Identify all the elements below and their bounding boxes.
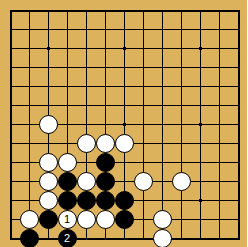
intersection-11-0[interactable] <box>210 1 229 20</box>
black-stone <box>96 172 115 191</box>
intersection-6-10[interactable] <box>115 191 134 210</box>
intersection-11-8[interactable] <box>210 153 229 172</box>
intersection-3-5[interactable] <box>58 96 77 115</box>
white-stone <box>96 210 115 229</box>
intersection-1-8[interactable] <box>20 153 39 172</box>
intersection-4-11[interactable] <box>77 210 96 229</box>
intersection-6-5[interactable] <box>115 96 134 115</box>
black-stone <box>58 191 77 210</box>
intersection-7-0[interactable] <box>134 1 153 20</box>
intersection-11-1[interactable] <box>210 20 229 39</box>
intersection-2-2[interactable] <box>39 39 58 58</box>
intersection-1-7[interactable] <box>20 134 39 153</box>
intersection-3-7[interactable] <box>58 134 77 153</box>
white-stone <box>77 210 96 229</box>
intersection-10-2[interactable] <box>191 39 210 58</box>
white-stone <box>77 172 96 191</box>
intersection-0-1[interactable] <box>1 20 20 39</box>
intersection-5-1[interactable] <box>96 20 115 39</box>
intersection-9-3[interactable] <box>172 58 191 77</box>
intersection-1-1[interactable] <box>20 20 39 39</box>
black-stone <box>115 210 134 229</box>
intersection-7-2[interactable] <box>134 39 153 58</box>
intersection-9-12[interactable] <box>172 229 191 247</box>
intersection-12-5[interactable] <box>229 96 248 115</box>
intersection-11-11[interactable] <box>210 210 229 229</box>
white-stone <box>96 134 115 153</box>
intersection-12-7[interactable] <box>229 134 248 153</box>
intersection-9-10[interactable] <box>172 191 191 210</box>
intersection-8-3[interactable] <box>153 58 172 77</box>
intersection-8-10[interactable] <box>153 191 172 210</box>
intersection-7-10[interactable] <box>134 191 153 210</box>
intersection-1-4[interactable] <box>20 77 39 96</box>
intersection-6-7[interactable] <box>115 134 134 153</box>
intersection-8-5[interactable] <box>153 96 172 115</box>
intersection-12-9[interactable] <box>229 172 248 191</box>
intersection-4-10[interactable] <box>77 191 96 210</box>
intersection-12-1[interactable] <box>229 20 248 39</box>
intersection-5-2[interactable] <box>96 39 115 58</box>
intersection-8-9[interactable] <box>153 172 172 191</box>
intersection-4-8[interactable] <box>77 153 96 172</box>
white-stone <box>20 210 39 229</box>
intersection-11-5[interactable] <box>210 96 229 115</box>
intersection-12-3[interactable] <box>229 58 248 77</box>
intersection-4-3[interactable] <box>77 58 96 77</box>
black-stone <box>77 191 96 210</box>
intersection-0-8[interactable] <box>1 153 20 172</box>
black-stone <box>96 191 115 210</box>
intersection-10-5[interactable] <box>191 96 210 115</box>
intersection-10-6[interactable] <box>191 115 210 134</box>
intersection-4-0[interactable] <box>77 1 96 20</box>
white-stone <box>58 153 77 172</box>
intersection-8-4[interactable] <box>153 77 172 96</box>
intersection-7-4[interactable] <box>134 77 153 96</box>
intersection-10-8[interactable] <box>191 153 210 172</box>
intersection-2-10[interactable] <box>39 191 58 210</box>
go-board: 12 <box>0 0 247 247</box>
intersection-6-12[interactable] <box>115 229 134 247</box>
intersection-2-5[interactable] <box>39 96 58 115</box>
intersection-10-10[interactable] <box>191 191 210 210</box>
black-stone <box>58 172 77 191</box>
intersection-2-9[interactable] <box>39 172 58 191</box>
intersection-10-11[interactable] <box>191 210 210 229</box>
intersection-0-10[interactable] <box>1 191 20 210</box>
intersection-0-0[interactable] <box>1 1 20 20</box>
move-number: 1 <box>64 214 70 225</box>
intersection-6-2[interactable] <box>115 39 134 58</box>
black-stone <box>115 191 134 210</box>
intersection-0-11[interactable] <box>1 210 20 229</box>
intersection-2-0[interactable] <box>39 1 58 20</box>
intersection-5-10[interactable] <box>96 191 115 210</box>
intersection-8-8[interactable] <box>153 153 172 172</box>
intersection-2-1[interactable] <box>39 20 58 39</box>
white-stone <box>39 191 58 210</box>
intersection-6-9[interactable] <box>115 172 134 191</box>
intersection-0-3[interactable] <box>1 58 20 77</box>
intersection-0-6[interactable] <box>1 115 20 134</box>
intersection-0-12[interactable] <box>1 229 20 247</box>
white-stone <box>115 134 134 153</box>
intersection-8-12[interactable] <box>153 229 172 247</box>
intersection-11-7[interactable] <box>210 134 229 153</box>
intersection-9-2[interactable] <box>172 39 191 58</box>
intersection-8-6[interactable] <box>153 115 172 134</box>
intersection-1-0[interactable] <box>20 1 39 20</box>
intersection-9-7[interactable] <box>172 134 191 153</box>
intersection-11-6[interactable] <box>210 115 229 134</box>
intersection-1-10[interactable] <box>20 191 39 210</box>
intersection-12-4[interactable] <box>229 77 248 96</box>
intersection-6-0[interactable] <box>115 1 134 20</box>
intersection-2-6[interactable] <box>39 115 58 134</box>
black-stone <box>20 229 39 247</box>
intersection-5-5[interactable] <box>96 96 115 115</box>
black-stone: 2 <box>58 229 77 247</box>
intersection-5-8[interactable] <box>96 153 115 172</box>
intersection-11-2[interactable] <box>210 39 229 58</box>
intersection-6-6[interactable] <box>115 115 134 134</box>
intersection-7-7[interactable] <box>134 134 153 153</box>
intersection-11-4[interactable] <box>210 77 229 96</box>
intersection-9-9[interactable] <box>172 172 191 191</box>
intersection-11-10[interactable] <box>210 191 229 210</box>
intersection-3-0[interactable] <box>58 1 77 20</box>
intersection-5-7[interactable] <box>96 134 115 153</box>
intersection-6-3[interactable] <box>115 58 134 77</box>
intersection-9-5[interactable] <box>172 96 191 115</box>
intersection-1-5[interactable] <box>20 96 39 115</box>
intersection-10-12[interactable] <box>191 229 210 247</box>
intersection-12-0[interactable] <box>229 1 248 20</box>
intersection-9-8[interactable] <box>172 153 191 172</box>
intersection-4-4[interactable] <box>77 77 96 96</box>
intersection-0-5[interactable] <box>1 96 20 115</box>
intersection-7-9[interactable] <box>134 172 153 191</box>
intersection-8-11[interactable] <box>153 210 172 229</box>
intersection-4-2[interactable] <box>77 39 96 58</box>
intersection-1-2[interactable] <box>20 39 39 58</box>
intersection-4-7[interactable] <box>77 134 96 153</box>
intersection-9-11[interactable] <box>172 210 191 229</box>
intersection-10-4[interactable] <box>191 77 210 96</box>
intersection-6-1[interactable] <box>115 20 134 39</box>
intersection-4-1[interactable] <box>77 20 96 39</box>
intersection-11-9[interactable] <box>210 172 229 191</box>
intersection-1-11[interactable] <box>20 210 39 229</box>
white-stone <box>153 229 172 247</box>
intersection-7-5[interactable] <box>134 96 153 115</box>
intersection-10-7[interactable] <box>191 134 210 153</box>
intersection-11-12[interactable] <box>210 229 229 247</box>
intersection-2-12[interactable] <box>39 229 58 247</box>
intersection-10-3[interactable] <box>191 58 210 77</box>
intersection-10-9[interactable] <box>191 172 210 191</box>
white-stone <box>134 172 153 191</box>
intersection-12-10[interactable] <box>229 191 248 210</box>
white-stone <box>172 172 191 191</box>
intersection-9-4[interactable] <box>172 77 191 96</box>
intersection-8-2[interactable] <box>153 39 172 58</box>
intersection-6-4[interactable] <box>115 77 134 96</box>
intersection-7-12[interactable] <box>134 229 153 247</box>
intersection-1-3[interactable] <box>20 58 39 77</box>
intersection-12-2[interactable] <box>229 39 248 58</box>
intersection-1-12[interactable] <box>20 229 39 247</box>
intersection-0-7[interactable] <box>1 134 20 153</box>
intersection-12-6[interactable] <box>229 115 248 134</box>
intersection-12-12[interactable] <box>229 229 248 247</box>
intersection-8-0[interactable] <box>153 1 172 20</box>
intersection-4-12[interactable] <box>77 229 96 247</box>
intersection-8-1[interactable] <box>153 20 172 39</box>
intersection-2-8[interactable] <box>39 153 58 172</box>
white-stone <box>39 153 58 172</box>
intersection-1-9[interactable] <box>20 172 39 191</box>
intersection-5-12[interactable] <box>96 229 115 247</box>
intersection-0-4[interactable] <box>1 77 20 96</box>
intersection-2-11[interactable] <box>39 210 58 229</box>
white-stone <box>39 172 58 191</box>
intersection-3-8[interactable] <box>58 153 77 172</box>
intersection-3-3[interactable] <box>58 58 77 77</box>
intersection-10-1[interactable] <box>191 20 210 39</box>
white-stone <box>77 134 96 153</box>
intersection-3-1[interactable] <box>58 20 77 39</box>
intersection-6-11[interactable] <box>115 210 134 229</box>
black-stone <box>96 153 115 172</box>
intersection-5-6[interactable] <box>96 115 115 134</box>
intersection-6-8[interactable] <box>115 153 134 172</box>
intersection-2-3[interactable] <box>39 58 58 77</box>
intersection-2-4[interactable] <box>39 77 58 96</box>
intersection-1-6[interactable] <box>20 115 39 134</box>
intersection-9-6[interactable] <box>172 115 191 134</box>
intersection-7-6[interactable] <box>134 115 153 134</box>
intersection-8-7[interactable] <box>153 134 172 153</box>
white-stone <box>39 115 58 134</box>
intersection-7-3[interactable] <box>134 58 153 77</box>
intersection-11-3[interactable] <box>210 58 229 77</box>
intersection-12-8[interactable] <box>229 153 248 172</box>
intersection-3-6[interactable] <box>58 115 77 134</box>
black-stone <box>39 210 58 229</box>
intersection-4-6[interactable] <box>77 115 96 134</box>
intersection-7-11[interactable] <box>134 210 153 229</box>
intersection-3-12[interactable]: 2 <box>58 229 77 247</box>
board-intersections: 12 <box>1 1 248 247</box>
intersection-12-11[interactable] <box>229 210 248 229</box>
intersection-10-0[interactable] <box>191 1 210 20</box>
intersection-4-5[interactable] <box>77 96 96 115</box>
intersection-3-9[interactable] <box>58 172 77 191</box>
intersection-3-10[interactable] <box>58 191 77 210</box>
white-stone <box>153 210 172 229</box>
white-stone: 1 <box>58 210 77 229</box>
intersection-2-7[interactable] <box>39 134 58 153</box>
move-number: 2 <box>64 233 70 244</box>
intersection-9-1[interactable] <box>172 20 191 39</box>
intersection-5-3[interactable] <box>96 58 115 77</box>
intersection-5-0[interactable] <box>96 1 115 20</box>
intersection-5-4[interactable] <box>96 77 115 96</box>
intersection-0-9[interactable] <box>1 172 20 191</box>
intersection-3-2[interactable] <box>58 39 77 58</box>
intersection-0-2[interactable] <box>1 39 20 58</box>
intersection-4-9[interactable] <box>77 172 96 191</box>
intersection-3-11[interactable]: 1 <box>58 210 77 229</box>
intersection-7-1[interactable] <box>134 20 153 39</box>
intersection-9-0[interactable] <box>172 1 191 20</box>
intersection-5-11[interactable] <box>96 210 115 229</box>
intersection-3-4[interactable] <box>58 77 77 96</box>
intersection-7-8[interactable] <box>134 153 153 172</box>
intersection-5-9[interactable] <box>96 172 115 191</box>
